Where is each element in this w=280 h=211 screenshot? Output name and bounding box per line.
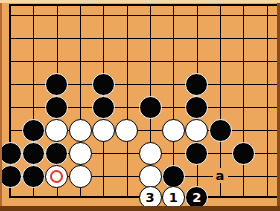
black-stone: [185, 142, 208, 165]
black-stone: [185, 96, 208, 119]
white-stone: [115, 119, 138, 142]
black-stone: [92, 96, 115, 119]
red-circle-marker: [50, 170, 63, 183]
board-frame-highlight-top: [0, 0, 280, 3]
black-stone: [162, 165, 185, 188]
circle-marked-stone: [45, 165, 68, 188]
grid-line-horizontal: [9, 61, 280, 62]
black-stone: [45, 96, 68, 119]
white-stone: [139, 142, 162, 165]
black-stone: [22, 165, 45, 188]
grid-line-horizontal: [9, 15, 280, 16]
point-label-a: a: [213, 168, 228, 183]
board-frame-shadow-left: [0, 3, 2, 211]
black-stone: [185, 73, 208, 96]
go-board-diagram: a312: [0, 0, 280, 211]
black-stone: [0, 142, 22, 165]
white-stone: [162, 119, 185, 142]
black-stone: [0, 165, 22, 188]
white-stone: [45, 119, 68, 142]
white-stone: [139, 165, 162, 188]
grid-line-vertical: [243, 4, 244, 199]
black-stone: [232, 142, 255, 165]
board-frame-shadow-bottom: [0, 206, 280, 211]
white-stone: [69, 142, 92, 165]
black-stone: [92, 73, 115, 96]
grid-line-vertical: [267, 4, 268, 199]
white-stone: [69, 165, 92, 188]
white-stone: [185, 119, 208, 142]
black-stone: [209, 119, 232, 142]
grid-line-horizontal: [9, 38, 280, 39]
white-stone: [92, 119, 115, 142]
board-cut-edge-top: [9, 4, 280, 6]
white-stone: [69, 119, 92, 142]
grid-line-vertical: [127, 4, 128, 199]
black-stone: [22, 142, 45, 165]
board-frame-shadow-right: [277, 3, 280, 211]
black-stone: [139, 96, 162, 119]
black-stone: [45, 73, 68, 96]
black-stone: [22, 119, 45, 142]
black-stone: [45, 142, 68, 165]
